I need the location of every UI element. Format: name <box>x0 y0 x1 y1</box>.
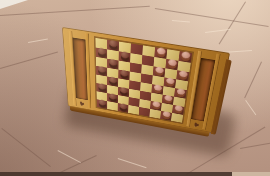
photo-bottom-edge <box>232 172 270 176</box>
checkerboard <box>94 36 194 124</box>
piece-dark[interactable] <box>119 103 126 110</box>
piece-dark[interactable] <box>120 51 128 59</box>
piece-dark[interactable] <box>109 93 116 100</box>
piece-light[interactable] <box>168 59 177 67</box>
piece-dark[interactable] <box>120 70 128 77</box>
square-r7c1[interactable] <box>107 101 118 111</box>
piece-dark[interactable] <box>109 40 117 48</box>
square-r7c3[interactable] <box>128 105 139 115</box>
square-r7c4[interactable] <box>139 107 150 117</box>
piece-dark[interactable] <box>109 59 117 66</box>
piece-light[interactable] <box>164 95 172 102</box>
piece-dark[interactable] <box>98 99 105 105</box>
piece-dark[interactable] <box>98 83 105 90</box>
piece-dark[interactable] <box>97 47 105 55</box>
piece-light[interactable] <box>153 84 161 91</box>
piece-light[interactable] <box>156 47 165 55</box>
left-piece-tray: ♥ <box>69 30 93 108</box>
piece-light[interactable] <box>181 51 190 59</box>
piece-light[interactable] <box>152 101 160 108</box>
piece-dark[interactable] <box>98 66 106 73</box>
piece-light[interactable] <box>176 88 185 95</box>
piece-light[interactable] <box>178 70 187 77</box>
square-r7c0[interactable] <box>97 99 107 109</box>
piece-light[interactable] <box>166 77 175 84</box>
piece-light[interactable] <box>155 66 164 73</box>
square-r7c7[interactable] <box>171 113 183 123</box>
piece-dark[interactable] <box>109 76 117 83</box>
photo-bottom-edge <box>0 172 234 176</box>
piece-light[interactable] <box>174 105 182 112</box>
piece-dark[interactable] <box>120 87 128 94</box>
square-r7c2[interactable] <box>118 103 129 113</box>
piece-light[interactable] <box>162 111 170 118</box>
photo-of-checkers-board: ♥ ♥ <box>0 0 270 176</box>
